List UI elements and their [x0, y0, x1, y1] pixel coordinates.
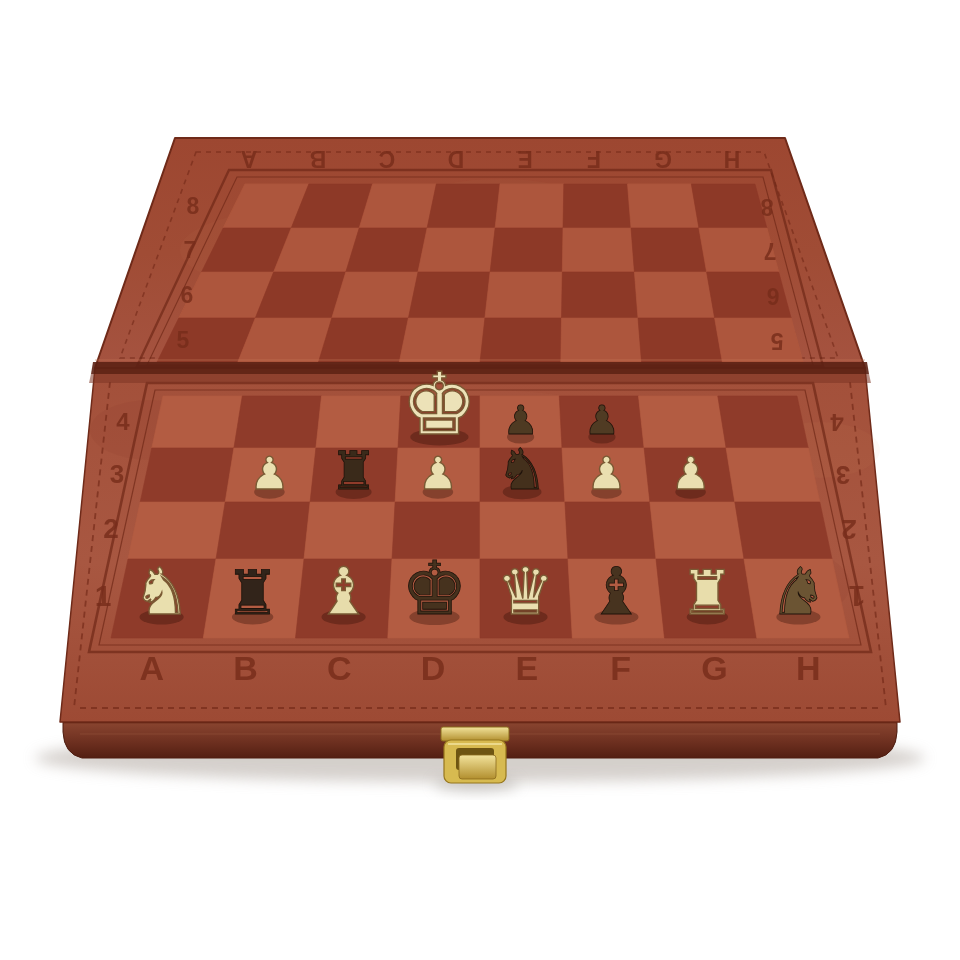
rank-label-upper-right-5: 5 — [770, 328, 783, 354]
file-label-bottom-c: C — [327, 649, 352, 687]
piece-black-rook-b1: ♜ — [225, 557, 280, 628]
file-label-top-e: E — [517, 146, 532, 172]
square-g2 — [650, 502, 744, 559]
piece-black-king-d1: ♚ — [401, 545, 467, 631]
piece-white-knight-a1: ♞ — [132, 554, 190, 629]
piece-glyph: ♝ — [587, 554, 645, 629]
rank-label-upper-right-7: 7 — [764, 238, 777, 264]
piece-glyph: ♞ — [769, 554, 827, 629]
piece-black-bishop-f1: ♝ — [587, 554, 645, 629]
file-label-bottom-g: G — [701, 649, 727, 687]
file-label-bottom-h: H — [796, 649, 821, 687]
piece-glyph: ♞ — [497, 436, 548, 502]
piece-glyph: ♜ — [225, 557, 280, 628]
piece-white-queen-e1: ♛ — [496, 554, 554, 629]
file-label-top-g: G — [654, 146, 672, 172]
square-a2 — [128, 502, 225, 559]
piece-black-pawn-f4: ♟ — [584, 397, 620, 444]
piece-black-rook-c3: ♜ — [330, 440, 378, 501]
clasp-top-plate — [441, 727, 509, 741]
piece-glyph: ♟ — [586, 447, 626, 500]
piece-white-pawn-f3: ♟ — [586, 447, 626, 500]
square-b4 — [234, 396, 322, 448]
rank-label-upper-right-6: 6 — [767, 283, 780, 309]
piece-white-king-d4: ♚ — [401, 354, 478, 454]
square-c2 — [304, 502, 395, 559]
square-h2 — [735, 502, 832, 559]
squares-lower-half — [111, 396, 849, 638]
piece-glyph: ♟ — [418, 447, 458, 500]
file-label-top-a: A — [241, 146, 258, 172]
piece-white-pawn-b3: ♟ — [249, 447, 289, 500]
square-h4 — [718, 396, 808, 448]
rank-label-lower-left-2: 2 — [103, 513, 119, 544]
file-label-top-f: F — [587, 146, 601, 172]
file-label-top-d: D — [448, 146, 465, 172]
square-b2 — [216, 502, 310, 559]
piece-glyph: ♛ — [496, 554, 554, 629]
square-g4 — [639, 396, 727, 448]
square-h3 — [726, 448, 820, 502]
piece-glyph: ♟ — [249, 447, 289, 500]
square-e2 — [480, 502, 568, 559]
piece-white-pawn-d3: ♟ — [418, 447, 458, 500]
rank-label-upper-left-8: 8 — [187, 193, 200, 219]
rank-label-lower-right-2: 2 — [841, 514, 857, 545]
piece-glyph: ♟ — [584, 397, 620, 443]
piece-glyph: ♝ — [314, 554, 372, 629]
piece-white-bishop-c1: ♝ — [314, 554, 372, 629]
rank-label-upper-left-6: 6 — [181, 282, 194, 308]
rank-label-upper-left-5: 5 — [177, 327, 190, 353]
square-f2 — [565, 502, 656, 559]
rank-label-lower-right-4: 4 — [830, 409, 844, 436]
piece-glyph: ♚ — [401, 354, 478, 454]
clasp-tab — [459, 755, 496, 779]
fold-line — [89, 360, 871, 383]
rank-label-upper-right-8: 8 — [760, 194, 773, 220]
file-label-top-c: C — [379, 146, 396, 172]
file-label-bottom-d: D — [421, 649, 446, 687]
piece-black-knight-e3: ♞ — [497, 436, 548, 502]
file-label-bottom-e: E — [516, 649, 539, 687]
rank-label-lower-right-3: 3 — [836, 460, 850, 490]
file-label-bottom-b: B — [233, 649, 258, 687]
piece-glyph: ♜ — [680, 557, 735, 628]
piece-white-pawn-g3: ♟ — [670, 447, 710, 500]
file-label-bottom-a: A — [139, 649, 164, 687]
file-label-bottom-f: F — [610, 649, 631, 687]
piece-glyph: ♞ — [132, 554, 190, 629]
file-label-top-h: H — [724, 146, 741, 172]
rank-label-lower-left-1: 1 — [95, 579, 112, 612]
clasp — [434, 727, 518, 791]
piece-glyph: ♜ — [330, 440, 378, 501]
rank-label-lower-left-4: 4 — [116, 408, 130, 435]
product-photo-chess-box: ABCDEFGHABCDEFGH8877665544332211 ♚♟♟♟♜♟♞… — [0, 0, 960, 960]
piece-glyph: ♚ — [401, 545, 467, 631]
square-a4 — [152, 396, 243, 448]
upper-half-tint — [157, 184, 803, 362]
piece-glyph: ♟ — [670, 447, 710, 500]
rank-label-lower-left-3: 3 — [110, 459, 124, 489]
rank-label-lower-right-1: 1 — [849, 580, 866, 613]
chessboard-photo: ABCDEFGHABCDEFGH8877665544332211 ♚♟♟♟♜♟♞… — [0, 0, 960, 960]
piece-black-knight-h1: ♞ — [769, 554, 827, 629]
rank-label-upper-left-7: 7 — [184, 237, 197, 263]
piece-white-rook-g1: ♜ — [680, 557, 735, 628]
file-label-top-b: B — [310, 146, 327, 172]
square-a3 — [140, 448, 234, 502]
